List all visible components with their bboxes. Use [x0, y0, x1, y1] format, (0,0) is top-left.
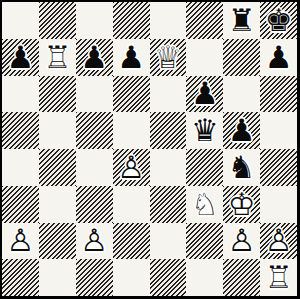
square-c2: ♙: [76, 223, 113, 260]
piece-white-rook: ♖: [39, 39, 76, 76]
piece-black-knight: ♞: [223, 149, 260, 186]
square-g3: ♔: [223, 186, 260, 223]
piece-black-king: ♚: [260, 2, 297, 39]
piece-black-rook: ♜: [223, 2, 260, 39]
square-h4: [260, 149, 297, 186]
square-d2: [113, 223, 150, 260]
piece-black-pawn: ♟: [186, 76, 223, 113]
piece-black-pawn: ♟: [223, 112, 260, 149]
square-c5: [76, 112, 113, 149]
square-a3: [2, 186, 39, 223]
piece-white-queen: ♕: [150, 39, 187, 76]
square-b3: [39, 186, 76, 223]
square-c4: [76, 149, 113, 186]
piece-black-pawn: ♟: [2, 39, 39, 76]
square-a4: [2, 149, 39, 186]
chess-board: ♜♚♟♖♟♟♕♟♟♛♟♙♞♘♔♙♙♙♙♖: [2, 2, 297, 296]
square-b2: [39, 223, 76, 260]
square-h6: [260, 76, 297, 113]
square-e2: [150, 223, 187, 260]
square-a8: [2, 2, 39, 39]
square-a5: [2, 112, 39, 149]
square-f6: ♟: [186, 76, 223, 113]
square-c1: [76, 259, 113, 296]
square-e5: [150, 112, 187, 149]
square-g5: ♟: [223, 112, 260, 149]
square-e8: [150, 2, 187, 39]
square-g6: [223, 76, 260, 113]
square-a7: ♟: [2, 39, 39, 76]
square-g8: ♜: [223, 2, 260, 39]
square-b7: ♖: [39, 39, 76, 76]
square-e6: [150, 76, 187, 113]
piece-black-pawn: ♟: [260, 39, 297, 76]
square-d5: [113, 112, 150, 149]
square-h7: ♟: [260, 39, 297, 76]
square-a1: [2, 259, 39, 296]
square-b1: [39, 259, 76, 296]
square-a6: [2, 76, 39, 113]
square-f3: ♘: [186, 186, 223, 223]
square-d8: [113, 2, 150, 39]
square-h2: ♙: [260, 223, 297, 260]
square-e4: [150, 149, 187, 186]
square-g2: ♙: [223, 223, 260, 260]
square-f1: [186, 259, 223, 296]
square-c3: [76, 186, 113, 223]
piece-white-rook: ♖: [260, 259, 297, 296]
square-b4: [39, 149, 76, 186]
square-a2: ♙: [2, 223, 39, 260]
piece-white-pawn: ♙: [76, 223, 113, 260]
square-g1: [223, 259, 260, 296]
square-f7: [186, 39, 223, 76]
square-e7: ♕: [150, 39, 187, 76]
piece-black-queen: ♛: [186, 112, 223, 149]
square-g7: [223, 39, 260, 76]
square-d7: ♟: [113, 39, 150, 76]
square-f4: [186, 149, 223, 186]
square-c8: [76, 2, 113, 39]
square-d3: [113, 186, 150, 223]
square-f5: ♛: [186, 112, 223, 149]
square-e1: [150, 259, 187, 296]
piece-white-pawn: ♙: [113, 149, 150, 186]
piece-white-pawn: ♙: [223, 223, 260, 260]
square-h1: ♖: [260, 259, 297, 296]
chess-diagram: ♜♚♟♖♟♟♕♟♟♛♟♙♞♘♔♙♙♙♙♖: [0, 0, 300, 299]
square-f2: [186, 223, 223, 260]
piece-white-king: ♔: [223, 186, 260, 223]
square-f8: [186, 2, 223, 39]
piece-white-pawn: ♙: [2, 223, 39, 260]
square-d1: [113, 259, 150, 296]
square-h3: [260, 186, 297, 223]
piece-white-knight: ♘: [186, 186, 223, 223]
square-c7: ♟: [76, 39, 113, 76]
square-d6: [113, 76, 150, 113]
square-c6: [76, 76, 113, 113]
square-b5: [39, 112, 76, 149]
piece-black-pawn: ♟: [113, 39, 150, 76]
square-d4: ♙: [113, 149, 150, 186]
piece-white-pawn: ♙: [260, 223, 297, 260]
square-e3: [150, 186, 187, 223]
piece-black-pawn: ♟: [76, 39, 113, 76]
square-h5: [260, 112, 297, 149]
square-b8: [39, 2, 76, 39]
square-b6: [39, 76, 76, 113]
square-g4: ♞: [223, 149, 260, 186]
square-h8: ♚: [260, 2, 297, 39]
